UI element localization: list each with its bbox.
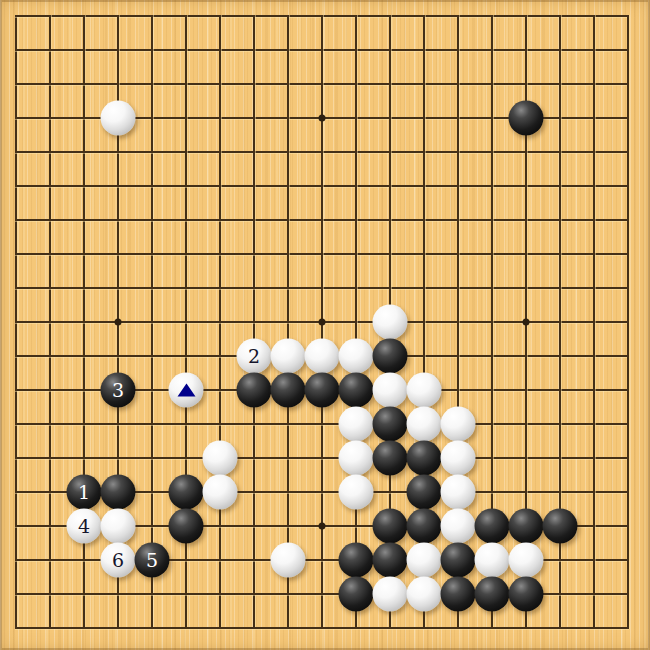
stone-black[interactable] bbox=[509, 577, 544, 612]
stone-black[interactable] bbox=[441, 543, 476, 578]
stone-white[interactable] bbox=[305, 339, 340, 374]
stone-white[interactable] bbox=[407, 577, 442, 612]
star-point bbox=[319, 319, 326, 326]
move-number-label: 2 bbox=[237, 339, 272, 374]
stone-white[interactable] bbox=[509, 543, 544, 578]
stone-black[interactable]: 1 bbox=[67, 475, 102, 510]
star-point bbox=[319, 115, 326, 122]
stone-black[interactable] bbox=[475, 577, 510, 612]
grid-line-vertical bbox=[593, 15, 595, 629]
triangle-mark-icon bbox=[177, 383, 195, 396]
move-number-label: 3 bbox=[101, 373, 136, 408]
stone-white[interactable] bbox=[169, 373, 204, 408]
stone-black[interactable] bbox=[373, 509, 408, 544]
stone-black[interactable] bbox=[271, 373, 306, 408]
grid-line-horizontal bbox=[15, 423, 629, 425]
move-number-label: 6 bbox=[101, 543, 136, 578]
stone-white[interactable] bbox=[339, 441, 374, 476]
go-board[interactable]: 231465 bbox=[0, 0, 650, 650]
stone-black[interactable] bbox=[339, 543, 374, 578]
stone-black[interactable] bbox=[169, 509, 204, 544]
stone-white[interactable] bbox=[339, 407, 374, 442]
stone-white[interactable] bbox=[441, 407, 476, 442]
stone-black[interactable] bbox=[339, 577, 374, 612]
stone-black[interactable] bbox=[339, 373, 374, 408]
stone-black[interactable] bbox=[373, 339, 408, 374]
stone-black[interactable] bbox=[509, 101, 544, 136]
stone-white[interactable]: 6 bbox=[101, 543, 136, 578]
grid-line-horizontal bbox=[15, 457, 629, 459]
star-point bbox=[319, 523, 326, 530]
stone-white[interactable] bbox=[441, 475, 476, 510]
stone-white[interactable] bbox=[373, 373, 408, 408]
stone-white[interactable] bbox=[339, 475, 374, 510]
stone-white[interactable] bbox=[339, 339, 374, 374]
stone-black[interactable] bbox=[441, 577, 476, 612]
grid-line-vertical bbox=[627, 15, 629, 629]
stone-white[interactable] bbox=[441, 509, 476, 544]
stone-black[interactable] bbox=[509, 509, 544, 544]
stone-white[interactable] bbox=[475, 543, 510, 578]
stone-black[interactable] bbox=[407, 441, 442, 476]
stone-black[interactable]: 3 bbox=[101, 373, 136, 408]
stone-black[interactable] bbox=[169, 475, 204, 510]
stone-white[interactable] bbox=[101, 509, 136, 544]
stone-black[interactable] bbox=[373, 407, 408, 442]
stone-white[interactable] bbox=[441, 441, 476, 476]
stone-white[interactable] bbox=[271, 339, 306, 374]
stone-black[interactable]: 5 bbox=[135, 543, 170, 578]
stone-white[interactable] bbox=[407, 543, 442, 578]
stone-white[interactable] bbox=[373, 577, 408, 612]
stone-black[interactable] bbox=[237, 373, 272, 408]
grid-line-vertical bbox=[355, 15, 357, 629]
go-board-screenshot: 231465 bbox=[0, 0, 650, 650]
stone-white[interactable] bbox=[407, 407, 442, 442]
star-point bbox=[523, 319, 530, 326]
stone-white[interactable] bbox=[101, 101, 136, 136]
stone-white[interactable] bbox=[373, 305, 408, 340]
stone-black[interactable] bbox=[373, 543, 408, 578]
grid-line-horizontal bbox=[15, 627, 629, 629]
move-number-label: 1 bbox=[67, 475, 102, 510]
move-number-label: 5 bbox=[135, 543, 170, 578]
stone-black[interactable] bbox=[475, 509, 510, 544]
stone-white[interactable] bbox=[407, 373, 442, 408]
move-number-label: 4 bbox=[67, 509, 102, 544]
stone-black[interactable] bbox=[101, 475, 136, 510]
stone-white[interactable] bbox=[203, 475, 238, 510]
stone-black[interactable] bbox=[407, 509, 442, 544]
stone-white[interactable]: 4 bbox=[67, 509, 102, 544]
stone-white[interactable]: 2 bbox=[237, 339, 272, 374]
stone-black[interactable] bbox=[373, 441, 408, 476]
stone-white[interactable] bbox=[271, 543, 306, 578]
stone-black[interactable] bbox=[543, 509, 578, 544]
stone-white[interactable] bbox=[203, 441, 238, 476]
star-point bbox=[115, 319, 122, 326]
stone-black[interactable] bbox=[407, 475, 442, 510]
stone-black[interactable] bbox=[305, 373, 340, 408]
